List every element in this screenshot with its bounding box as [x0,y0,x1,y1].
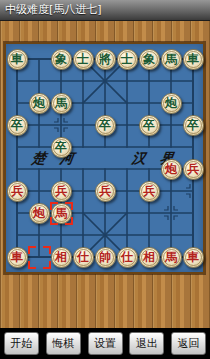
piece-black-horse[interactable]: 馬 [161,49,182,70]
exit-button[interactable]: 退出 [129,332,164,355]
piece-red-pawn[interactable]: 兵 [51,181,72,202]
piece-black-pawn[interactable]: 卒 [95,115,116,136]
piece-red-pawn[interactable]: 兵 [7,181,28,202]
piece-red-cannon[interactable]: 炮 [161,159,182,180]
piece-black-pawn[interactable]: 卒 [51,137,72,158]
back-button[interactable]: 返回 [171,332,206,355]
app-window: 中级难度[馬八进七] 楚河汉界車象士將士象馬車炮馬炮卒卒卒卒卒炮兵兵兵兵兵炮馬車… [0,0,210,359]
piece-red-pawn[interactable]: 兵 [183,159,204,180]
title-bar: 中级难度[馬八进七] [0,0,210,21]
piece-red-general[interactable]: 帥 [95,247,116,268]
piece-black-pawn[interactable]: 卒 [183,115,204,136]
piece-black-cannon[interactable]: 炮 [29,93,50,114]
piece-black-chariot[interactable]: 車 [183,49,204,70]
piece-red-chariot[interactable]: 車 [7,247,28,268]
piece-red-chariot[interactable]: 車 [183,247,204,268]
piece-black-advisor[interactable]: 士 [117,49,138,70]
piece-black-chariot[interactable]: 車 [7,49,28,70]
piece-red-cannon[interactable]: 炮 [29,203,50,224]
piece-red-advisor[interactable]: 仕 [117,247,138,268]
xiangqi-board[interactable]: 楚河汉界車象士將士象馬車炮馬炮卒卒卒卒卒炮兵兵兵兵兵炮馬車相仕帥仕相馬車 [4,42,205,274]
piece-black-elephant[interactable]: 象 [139,49,160,70]
piece-red-elephant[interactable]: 相 [139,247,160,268]
piece-black-horse[interactable]: 馬 [51,93,72,114]
piece-red-horse[interactable]: 馬 [51,203,72,224]
piece-red-pawn[interactable]: 兵 [95,181,116,202]
piece-black-general[interactable]: 將 [95,49,116,70]
piece-red-pawn[interactable]: 兵 [139,181,160,202]
settings-button[interactable]: 设置 [88,332,123,355]
piece-red-advisor[interactable]: 仕 [73,247,94,268]
start-button[interactable]: 开始 [4,332,39,355]
piece-black-pawn[interactable]: 卒 [139,115,160,136]
piece-red-elephant[interactable]: 相 [51,247,72,268]
piece-black-cannon[interactable]: 炮 [161,93,182,114]
difficulty-last-move-label: 中级难度[馬八进七] [5,3,102,16]
piece-red-horse[interactable]: 馬 [161,247,182,268]
piece-black-advisor[interactable]: 士 [73,49,94,70]
undo-button[interactable]: 悔棋 [46,332,81,355]
piece-black-elephant[interactable]: 象 [51,49,72,70]
button-bar: 开始悔棋设置退出返回 [0,328,210,359]
piece-black-pawn[interactable]: 卒 [7,115,28,136]
